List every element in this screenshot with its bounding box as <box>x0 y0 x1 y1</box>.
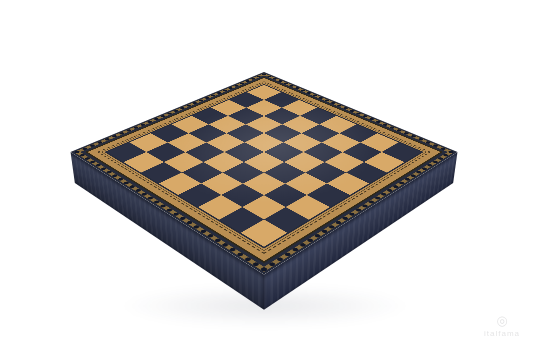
watermark-text: italfama <box>468 329 536 338</box>
chessboard-case <box>71 72 458 274</box>
scene <box>0 0 540 360</box>
bead-border-ring <box>74 73 454 272</box>
watermark-logo-icon: ◎ <box>468 314 536 327</box>
board-top-face <box>71 72 458 274</box>
gold-frame <box>85 77 443 263</box>
product-photo: ◎ italfama <box>0 0 540 360</box>
watermark: ◎ italfama <box>468 314 536 338</box>
